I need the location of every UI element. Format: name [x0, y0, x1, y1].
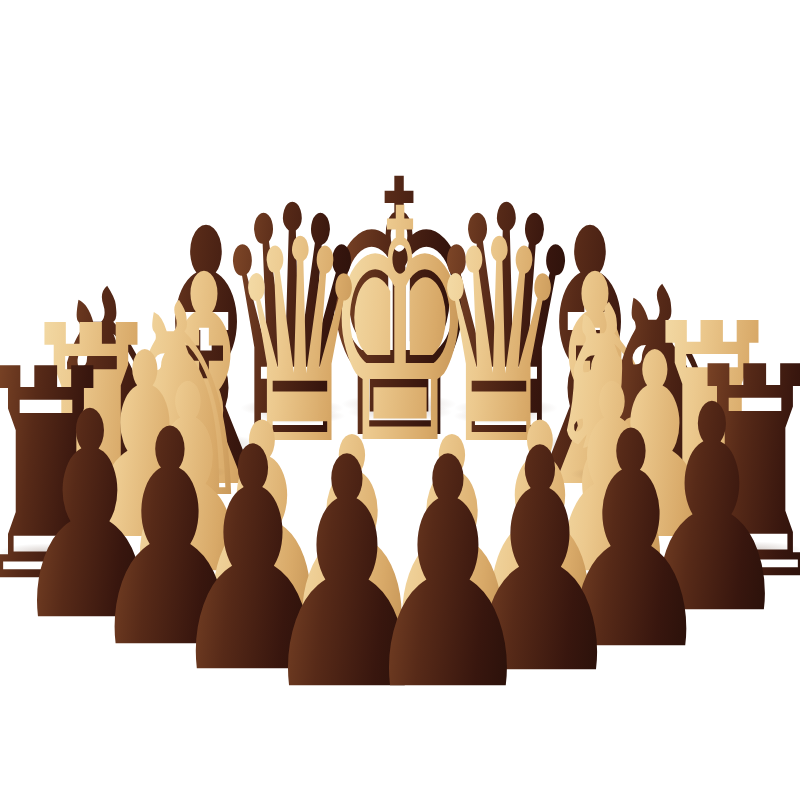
chess-set-photo: ♜♜♞♞♝♝♛♛♚♚♛♛♝♝♞♞♜♜♟♟♟♟♟♟♟♟♟♟♟♟♟♟♟♟: [0, 0, 800, 800]
dark-pawn-icon: ♟: [360, 417, 536, 735]
